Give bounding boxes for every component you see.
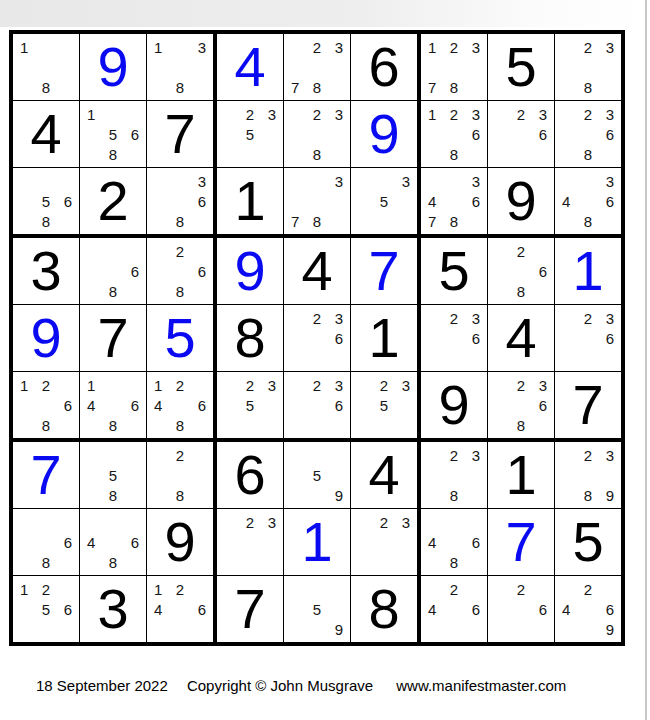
- cell-r3c9[interactable]: 3468: [555, 168, 621, 238]
- given-digit: 7: [147, 101, 213, 167]
- sudoku-page: 1891384237861237852384156872352389123682…: [0, 0, 650, 720]
- candidate-digit: 8: [176, 80, 184, 95]
- candidate-digit: 2: [42, 582, 50, 597]
- footer-credit: 18 September 2022 Copyright © John Musgr…: [36, 677, 566, 694]
- cell-r4c8[interactable]: 268: [488, 238, 555, 305]
- cell-r3c4[interactable]: 1: [217, 168, 284, 238]
- candidate-digit: 2: [176, 244, 184, 259]
- candidate-digit: 8: [109, 488, 117, 503]
- pencil-marks: 378: [284, 168, 350, 234]
- candidate-digit: 2: [176, 582, 184, 597]
- pencil-marks: 236: [488, 101, 554, 167]
- cell-r1c1[interactable]: 18: [13, 34, 80, 101]
- candidate-digit: 5: [109, 127, 117, 142]
- candidate-digit: 8: [584, 488, 592, 503]
- solved-digit: 9: [351, 101, 417, 167]
- candidate-digit: 1: [154, 378, 162, 393]
- cell-r8c9[interactable]: 5: [555, 509, 621, 576]
- given-digit: 4: [284, 238, 350, 304]
- pencil-marks: 59: [284, 576, 350, 642]
- candidate-digit: 8: [42, 418, 50, 433]
- candidate-digit: 2: [313, 40, 321, 55]
- pencil-marks: 35: [351, 168, 417, 234]
- pencil-marks: 236: [284, 372, 350, 438]
- solved-digit: 1: [284, 509, 350, 575]
- candidate-digit: 3: [539, 378, 547, 393]
- cell-r6c7[interactable]: 9: [421, 372, 488, 442]
- candidate-digit: 8: [450, 80, 458, 95]
- pencil-marks: 236: [421, 305, 487, 371]
- candidate-digit: 8: [42, 214, 50, 229]
- cell-r1c3[interactable]: 138: [147, 34, 217, 101]
- candidate-digit: 4: [562, 194, 570, 209]
- candidate-digit: 1: [20, 582, 28, 597]
- given-digit: 4: [488, 305, 554, 371]
- pencil-marks: 1468: [80, 372, 146, 438]
- candidate-digit: 7: [291, 214, 299, 229]
- solved-digit: 9: [217, 238, 283, 304]
- cell-r9c4[interactable]: 7: [217, 576, 284, 642]
- candidate-digit: 8: [517, 418, 525, 433]
- pencil-marks: 2368: [555, 101, 621, 167]
- candidate-digit: 8: [584, 147, 592, 162]
- candidate-digit: 8: [450, 214, 458, 229]
- candidate-digit: 8: [584, 214, 592, 229]
- given-digit: 6: [351, 34, 417, 100]
- candidate-digit: 9: [606, 622, 614, 637]
- candidate-digit: 8: [176, 284, 184, 299]
- cell-r4c9[interactable]: 1: [555, 238, 621, 305]
- candidate-digit: 8: [176, 418, 184, 433]
- cell-r9c8[interactable]: 26: [488, 576, 555, 642]
- candidate-digit: 3: [472, 448, 480, 463]
- cell-r8c6[interactable]: 23: [351, 509, 421, 576]
- solved-digit: 5: [147, 305, 213, 371]
- candidate-digit: 6: [64, 602, 72, 617]
- candidate-digit: 1: [154, 582, 162, 597]
- pencil-marks: 138: [147, 34, 213, 100]
- given-digit: 3: [13, 238, 79, 304]
- candidate-digit: 5: [380, 194, 388, 209]
- candidate-digit: 6: [539, 398, 547, 413]
- pencil-marks: 34678: [421, 168, 487, 234]
- cell-r6c8[interactable]: 2368: [488, 372, 555, 442]
- cell-r5c9[interactable]: 236: [555, 305, 621, 372]
- candidate-digit: 2: [584, 311, 592, 326]
- pencil-marks: 1256: [13, 576, 79, 642]
- cell-r5c6[interactable]: 1: [351, 305, 421, 372]
- candidate-digit: 5: [109, 468, 117, 483]
- candidate-digit: 1: [428, 40, 436, 55]
- cell-r3c1[interactable]: 568: [13, 168, 80, 238]
- cell-r7c9[interactable]: 2389: [555, 442, 621, 509]
- candidate-digit: 9: [335, 622, 343, 637]
- candidate-digit: 5: [380, 398, 388, 413]
- pencil-marks: 59: [284, 442, 350, 508]
- candidate-digit: 2: [313, 107, 321, 122]
- candidate-digit: 8: [313, 80, 321, 95]
- top-gradient-band: [0, 0, 650, 27]
- cell-r9c2[interactable]: 3: [80, 576, 147, 642]
- candidate-digit: 6: [472, 602, 480, 617]
- candidate-digit: 5: [42, 194, 50, 209]
- pencil-marks: 268: [147, 238, 213, 304]
- candidate-digit: 4: [428, 194, 436, 209]
- candidate-digit: 8: [313, 214, 321, 229]
- pencil-marks: 2378: [284, 34, 350, 100]
- cell-r1c9[interactable]: 238: [555, 34, 621, 101]
- cell-r1c4[interactable]: 4: [217, 34, 284, 101]
- pencil-marks: 368: [147, 168, 213, 234]
- given-digit: 8: [351, 576, 417, 642]
- cell-r5c4[interactable]: 8: [217, 305, 284, 372]
- candidate-digit: 6: [335, 331, 343, 346]
- cell-r6c5[interactable]: 236: [284, 372, 351, 442]
- pencil-marks: 2389: [555, 442, 621, 508]
- cell-r8c3[interactable]: 9: [147, 509, 217, 576]
- pencil-marks: 68: [80, 238, 146, 304]
- given-digit: 2: [80, 168, 146, 234]
- candidate-digit: 6: [64, 398, 72, 413]
- candidate-digit: 2: [517, 582, 525, 597]
- candidate-digit: 6: [198, 194, 206, 209]
- candidate-digit: 4: [87, 535, 95, 550]
- cell-r9c3[interactable]: 1246: [147, 576, 217, 642]
- candidate-digit: 3: [402, 174, 410, 189]
- cell-r6c9[interactable]: 7: [555, 372, 621, 442]
- candidate-digit: 3: [472, 40, 480, 55]
- pencil-marks: 568: [13, 168, 79, 234]
- cell-r5c3[interactable]: 5: [147, 305, 217, 372]
- given-digit: 9: [147, 509, 213, 575]
- given-digit: 1: [351, 305, 417, 371]
- cell-r5c5[interactable]: 236: [284, 305, 351, 372]
- solved-digit: 9: [80, 34, 146, 100]
- candidate-digit: 4: [562, 602, 570, 617]
- candidate-digit: 3: [402, 378, 410, 393]
- candidate-digit: 7: [428, 80, 436, 95]
- candidate-digit: 2: [176, 448, 184, 463]
- cell-r1c6[interactable]: 6: [351, 34, 421, 101]
- pencil-marks: 1568: [80, 101, 146, 167]
- candidate-digit: 6: [335, 398, 343, 413]
- pencil-marks: 1268: [13, 372, 79, 438]
- candidate-digit: 6: [198, 264, 206, 279]
- cell-r7c3[interactable]: 28: [147, 442, 217, 509]
- candidate-digit: 6: [64, 194, 72, 209]
- candidate-digit: 6: [131, 398, 139, 413]
- solved-digit: 1: [555, 238, 621, 304]
- copyright-text: Copyright © John Musgrave: [187, 677, 373, 694]
- pencil-marks: 12468: [147, 372, 213, 438]
- pencil-marks: 235: [217, 101, 283, 167]
- candidate-digit: 2: [584, 107, 592, 122]
- candidate-digit: 3: [335, 40, 343, 55]
- candidate-digit: 8: [109, 147, 117, 162]
- candidate-digit: 1: [20, 378, 28, 393]
- cell-r4c4[interactable]: 9: [217, 238, 284, 305]
- pencil-marks: 2368: [488, 372, 554, 438]
- candidate-digit: 3: [268, 107, 276, 122]
- candidate-digit: 3: [268, 515, 276, 530]
- given-digit: 7: [80, 305, 146, 371]
- cell-r8c7[interactable]: 468: [421, 509, 488, 576]
- cell-r2c2[interactable]: 1568: [80, 101, 147, 168]
- candidate-digit: 5: [313, 602, 321, 617]
- candidate-digit: 3: [268, 378, 276, 393]
- candidate-digit: 8: [450, 488, 458, 503]
- cell-r6c3[interactable]: 12468: [147, 372, 217, 442]
- cell-r8c4[interactable]: 23: [217, 509, 284, 576]
- cell-r3c2[interactable]: 2: [80, 168, 147, 238]
- cell-r9c5[interactable]: 59: [284, 576, 351, 642]
- pencil-marks: 23: [217, 509, 283, 575]
- cell-r7c7[interactable]: 238: [421, 442, 488, 509]
- cell-r4c1[interactable]: 3: [13, 238, 80, 305]
- solved-digit: 4: [217, 34, 283, 100]
- cell-r3c7[interactable]: 34678: [421, 168, 488, 238]
- candidate-digit: 7: [291, 80, 299, 95]
- cell-r4c7[interactable]: 5: [421, 238, 488, 305]
- cell-r3c3[interactable]: 368: [147, 168, 217, 238]
- solved-digit: 7: [13, 442, 79, 508]
- candidate-digit: 2: [450, 448, 458, 463]
- candidate-digit: 3: [335, 378, 343, 393]
- given-digit: 5: [555, 509, 621, 575]
- cell-r9c6[interactable]: 8: [351, 576, 421, 642]
- given-digit: 7: [555, 372, 621, 438]
- candidate-digit: 2: [313, 311, 321, 326]
- pencil-marks: 246: [421, 576, 487, 642]
- candidate-digit: 3: [198, 174, 206, 189]
- pencil-marks: 236: [555, 305, 621, 371]
- candidate-digit: 4: [87, 398, 95, 413]
- candidate-digit: 2: [380, 515, 388, 530]
- cell-r7c5[interactable]: 59: [284, 442, 351, 509]
- cell-r8c1[interactable]: 68: [13, 509, 80, 576]
- cell-r1c5[interactable]: 2378: [284, 34, 351, 101]
- candidate-digit: 2: [313, 378, 321, 393]
- candidate-digit: 6: [131, 264, 139, 279]
- given-digit: 5: [421, 238, 487, 304]
- candidate-digit: 8: [42, 80, 50, 95]
- candidate-digit: 5: [42, 602, 50, 617]
- candidate-digit: 3: [335, 311, 343, 326]
- candidate-digit: 2: [450, 107, 458, 122]
- cell-r6c4[interactable]: 235: [217, 372, 284, 442]
- given-digit: 5: [488, 34, 554, 100]
- website-url[interactable]: www.manifestmaster.com: [396, 677, 566, 694]
- candidate-digit: 3: [606, 40, 614, 55]
- candidate-digit: 6: [472, 127, 480, 142]
- candidate-digit: 6: [472, 331, 480, 346]
- candidate-digit: 6: [131, 535, 139, 550]
- candidate-digit: 3: [335, 107, 343, 122]
- candidate-digit: 4: [154, 602, 162, 617]
- cell-r2c3[interactable]: 7: [147, 101, 217, 168]
- cell-r5c2[interactable]: 7: [80, 305, 147, 372]
- cell-r5c8[interactable]: 4: [488, 305, 555, 372]
- candidate-digit: 8: [109, 284, 117, 299]
- candidate-digit: 5: [246, 398, 254, 413]
- cell-r4c5[interactable]: 4: [284, 238, 351, 305]
- candidate-digit: 3: [472, 174, 480, 189]
- pencil-marks: 268: [488, 238, 554, 304]
- pencil-marks: 23: [351, 509, 417, 575]
- cell-r1c8[interactable]: 5: [488, 34, 555, 101]
- candidate-digit: 2: [450, 311, 458, 326]
- pencil-marks: 1246: [147, 576, 213, 642]
- puzzle-date: 18 September 2022: [36, 677, 168, 694]
- candidate-digit: 8: [42, 555, 50, 570]
- cell-r9c1[interactable]: 1256: [13, 576, 80, 642]
- given-digit: 7: [217, 576, 283, 642]
- candidate-digit: 8: [109, 418, 117, 433]
- given-digit: 4: [351, 442, 417, 508]
- candidate-digit: 1: [428, 107, 436, 122]
- candidate-digit: 9: [606, 488, 614, 503]
- candidate-digit: 6: [539, 264, 547, 279]
- candidate-digit: 8: [450, 147, 458, 162]
- cell-r2c1[interactable]: 4: [13, 101, 80, 168]
- candidate-digit: 2: [584, 40, 592, 55]
- candidate-digit: 3: [606, 448, 614, 463]
- cell-r9c9[interactable]: 2469: [555, 576, 621, 642]
- candidate-digit: 6: [198, 398, 206, 413]
- given-digit: 4: [13, 101, 79, 167]
- cell-r3c8[interactable]: 9: [488, 168, 555, 238]
- cell-r7c2[interactable]: 58: [80, 442, 147, 509]
- candidate-digit: 9: [335, 488, 343, 503]
- pencil-marks: 18: [13, 34, 79, 100]
- given-digit: 1: [488, 442, 554, 508]
- candidate-digit: 6: [198, 602, 206, 617]
- pencil-marks: 58: [80, 442, 146, 508]
- pencil-marks: 236: [284, 305, 350, 371]
- pencil-marks: 12368: [421, 101, 487, 167]
- candidate-digit: 2: [176, 378, 184, 393]
- cell-r2c8[interactable]: 236: [488, 101, 555, 168]
- candidate-digit: 1: [154, 40, 162, 55]
- cell-r3c6[interactable]: 35: [351, 168, 421, 238]
- candidate-digit: 6: [539, 602, 547, 617]
- candidate-digit: 4: [428, 535, 436, 550]
- solved-digit: 7: [488, 509, 554, 575]
- cell-r9c7[interactable]: 246: [421, 576, 488, 642]
- cell-r4c3[interactable]: 268: [147, 238, 217, 305]
- candidate-digit: 5: [246, 127, 254, 142]
- candidate-digit: 2: [246, 378, 254, 393]
- candidate-digit: 2: [246, 515, 254, 530]
- given-digit: 6: [217, 442, 283, 508]
- cell-r8c5[interactable]: 1: [284, 509, 351, 576]
- given-digit: 9: [421, 372, 487, 438]
- candidate-digit: 2: [380, 378, 388, 393]
- cell-r6c2[interactable]: 1468: [80, 372, 147, 442]
- pencil-marks: 238: [421, 442, 487, 508]
- candidate-digit: 8: [109, 555, 117, 570]
- cell-r5c1[interactable]: 9: [13, 305, 80, 372]
- solved-digit: 7: [351, 238, 417, 304]
- cell-r7c1[interactable]: 7: [13, 442, 80, 509]
- candidate-digit: 6: [606, 127, 614, 142]
- cell-r1c7[interactable]: 12378: [421, 34, 488, 101]
- cell-r2c5[interactable]: 238: [284, 101, 351, 168]
- pencil-marks: 468: [80, 509, 146, 575]
- candidate-digit: 6: [606, 331, 614, 346]
- solved-digit: 9: [13, 305, 79, 371]
- candidate-digit: 2: [517, 378, 525, 393]
- pencil-marks: 468: [421, 509, 487, 575]
- candidate-digit: 8: [176, 488, 184, 503]
- candidate-digit: 8: [450, 555, 458, 570]
- cell-r4c2[interactable]: 68: [80, 238, 147, 305]
- cell-r8c2[interactable]: 468: [80, 509, 147, 576]
- cell-r2c4[interactable]: 235: [217, 101, 284, 168]
- sudoku-board: 1891384237861237852384156872352389123682…: [9, 30, 625, 646]
- candidate-digit: 1: [87, 107, 95, 122]
- pencil-marks: 12378: [421, 34, 487, 100]
- cell-r2c9[interactable]: 2368: [555, 101, 621, 168]
- candidate-digit: 4: [154, 398, 162, 413]
- sudoku-grid: 1891384237861237852384156872352389123682…: [13, 34, 621, 642]
- cell-r5c7[interactable]: 236: [421, 305, 488, 372]
- candidate-digit: 8: [176, 214, 184, 229]
- candidate-digit: 1: [87, 378, 95, 393]
- candidate-digit: 3: [335, 174, 343, 189]
- candidate-digit: 3: [606, 107, 614, 122]
- candidate-digit: 2: [42, 378, 50, 393]
- candidate-digit: 6: [539, 127, 547, 142]
- candidate-digit: 6: [606, 194, 614, 209]
- candidate-digit: 8: [313, 147, 321, 162]
- pencil-marks: 238: [284, 101, 350, 167]
- cell-r2c7[interactable]: 12368: [421, 101, 488, 168]
- candidate-digit: 3: [606, 174, 614, 189]
- cell-r7c4[interactable]: 6: [217, 442, 284, 509]
- candidate-digit: 8: [584, 80, 592, 95]
- cell-r7c6[interactable]: 4: [351, 442, 421, 509]
- candidate-digit: 2: [584, 448, 592, 463]
- candidate-digit: 2: [517, 107, 525, 122]
- candidate-digit: 8: [517, 284, 525, 299]
- pencil-marks: 2469: [555, 576, 621, 642]
- candidate-digit: 3: [472, 311, 480, 326]
- candidate-digit: 6: [606, 602, 614, 617]
- pencil-marks: 3468: [555, 168, 621, 234]
- cell-r6c6[interactable]: 235: [351, 372, 421, 442]
- cell-r4c6[interactable]: 7: [351, 238, 421, 305]
- cell-r3c5[interactable]: 378: [284, 168, 351, 238]
- candidate-digit: 6: [64, 535, 72, 550]
- candidate-digit: 6: [131, 127, 139, 142]
- given-digit: 1: [217, 168, 283, 234]
- candidate-digit: 2: [517, 244, 525, 259]
- candidate-digit: 2: [246, 107, 254, 122]
- cell-r2c6[interactable]: 9: [351, 101, 421, 168]
- candidate-digit: 1: [20, 40, 28, 55]
- cell-r1c2[interactable]: 9: [80, 34, 147, 101]
- cell-r8c8[interactable]: 7: [488, 509, 555, 576]
- candidate-digit: 3: [539, 107, 547, 122]
- pencil-marks: 68: [13, 509, 79, 575]
- cell-r7c8[interactable]: 1: [488, 442, 555, 509]
- candidate-digit: 2: [584, 582, 592, 597]
- cell-r6c1[interactable]: 1268: [13, 372, 80, 442]
- candidate-digit: 3: [606, 311, 614, 326]
- pencil-marks: 28: [147, 442, 213, 508]
- pencil-marks: 26: [488, 576, 554, 642]
